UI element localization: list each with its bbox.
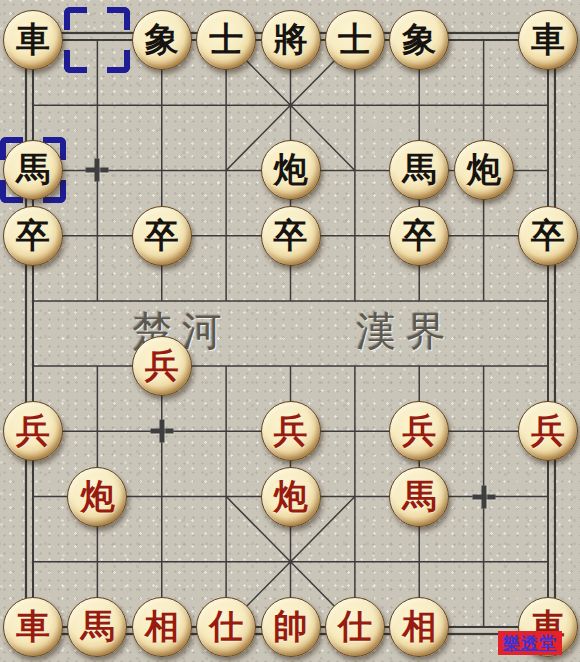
piece-glyph: 仕 <box>209 609 243 643</box>
piece-glyph: 卒 <box>16 218 50 252</box>
point-marker-cross <box>150 420 173 443</box>
piece-black-soldier[interactable]: 卒 <box>3 206 63 266</box>
piece-red-advisor[interactable]: 仕 <box>325 597 385 657</box>
piece-red-soldier[interactable]: 兵 <box>132 336 192 396</box>
piece-glyph: 車 <box>16 609 50 643</box>
piece-red-soldier[interactable]: 兵 <box>3 401 63 461</box>
piece-black-chariot[interactable]: 車 <box>3 10 63 70</box>
piece-black-horse[interactable]: 馬 <box>3 140 63 200</box>
piece-glyph: 兵 <box>145 348 179 382</box>
piece-glyph: 兵 <box>274 413 308 447</box>
piece-black-soldier[interactable]: 卒 <box>261 206 321 266</box>
point-marker-cross <box>472 485 495 508</box>
piece-red-soldier[interactable]: 兵 <box>518 401 578 461</box>
xiangqi-board: 楚河 漢界 車象士將士象車馬炮馬炮卒卒卒卒卒兵兵兵兵兵炮炮馬車馬相仕帥仕相車 樂… <box>0 0 580 662</box>
piece-red-horse[interactable]: 馬 <box>389 467 449 527</box>
piece-black-horse[interactable]: 馬 <box>389 140 449 200</box>
river-text-han-border: 漢界 <box>356 304 456 359</box>
piece-glyph: 卒 <box>402 218 436 252</box>
bracket-corner-icon <box>107 7 130 30</box>
piece-red-chariot[interactable]: 車 <box>3 597 63 657</box>
piece-glyph: 兵 <box>402 413 436 447</box>
piece-glyph: 卒 <box>531 218 565 252</box>
piece-glyph: 兵 <box>16 413 50 447</box>
piece-red-elephant[interactable]: 相 <box>389 597 449 657</box>
piece-glyph: 象 <box>402 22 436 56</box>
piece-black-soldier[interactable]: 卒 <box>518 206 578 266</box>
piece-glyph: 車 <box>531 22 565 56</box>
piece-glyph: 車 <box>16 22 50 56</box>
piece-red-soldier[interactable]: 兵 <box>389 401 449 461</box>
piece-black-advisor[interactable]: 士 <box>196 10 256 70</box>
piece-red-horse[interactable]: 馬 <box>67 597 127 657</box>
piece-black-soldier[interactable]: 卒 <box>389 206 449 266</box>
piece-red-soldier[interactable]: 兵 <box>261 401 321 461</box>
piece-red-advisor[interactable]: 仕 <box>196 597 256 657</box>
piece-glyph: 象 <box>145 22 179 56</box>
piece-red-elephant[interactable]: 相 <box>132 597 192 657</box>
piece-glyph: 炮 <box>80 479 114 513</box>
bracket-corner-icon <box>107 50 130 73</box>
piece-glyph: 炮 <box>274 152 308 186</box>
piece-glyph: 卒 <box>274 218 308 252</box>
piece-glyph: 兵 <box>531 413 565 447</box>
piece-black-general[interactable]: 將 <box>261 10 321 70</box>
piece-glyph: 仕 <box>338 609 372 643</box>
bracket-corner-icon <box>64 50 87 73</box>
board-grid-lines <box>0 0 580 662</box>
piece-glyph: 相 <box>145 609 179 643</box>
piece-glyph: 士 <box>338 22 372 56</box>
piece-glyph: 馬 <box>16 152 50 186</box>
piece-glyph: 帥 <box>274 609 308 643</box>
piece-glyph: 炮 <box>274 479 308 513</box>
watermark-badge: 樂透堂 <box>498 631 562 655</box>
piece-black-elephant[interactable]: 象 <box>132 10 192 70</box>
point-marker-cross <box>86 159 109 182</box>
piece-glyph: 將 <box>274 22 308 56</box>
piece-glyph: 士 <box>209 22 243 56</box>
piece-black-cannon[interactable]: 炮 <box>261 140 321 200</box>
piece-glyph: 馬 <box>80 609 114 643</box>
piece-black-soldier[interactable]: 卒 <box>132 206 192 266</box>
piece-glyph: 馬 <box>402 479 436 513</box>
piece-glyph: 馬 <box>402 152 436 186</box>
bracket-corner-icon <box>64 7 87 30</box>
piece-red-cannon[interactable]: 炮 <box>67 467 127 527</box>
piece-red-cannon[interactable]: 炮 <box>261 467 321 527</box>
piece-glyph: 相 <box>402 609 436 643</box>
piece-glyph: 卒 <box>145 218 179 252</box>
piece-red-general[interactable]: 帥 <box>261 597 321 657</box>
piece-black-advisor[interactable]: 士 <box>325 10 385 70</box>
last-move-from-marker <box>64 7 130 73</box>
piece-glyph: 炮 <box>467 152 501 186</box>
piece-black-elephant[interactable]: 象 <box>389 10 449 70</box>
piece-black-cannon[interactable]: 炮 <box>454 140 514 200</box>
piece-black-chariot[interactable]: 車 <box>518 10 578 70</box>
